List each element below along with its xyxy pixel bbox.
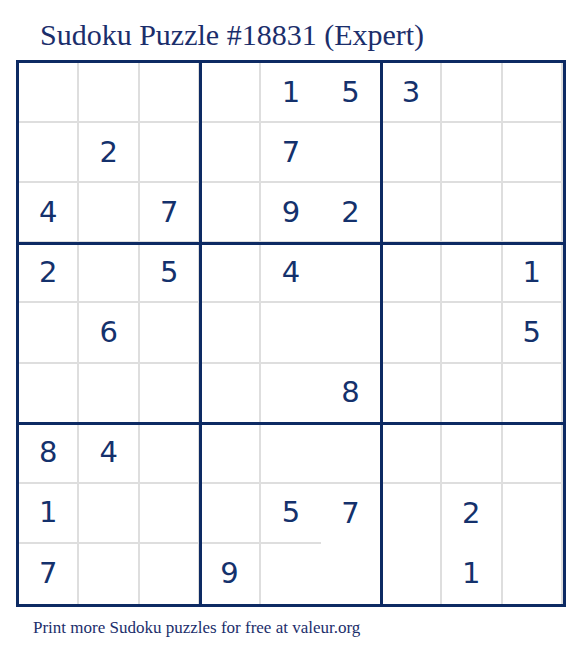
cell-r4c8[interactable] xyxy=(442,243,502,303)
cell-r4c2[interactable] xyxy=(79,243,139,303)
cell-r8c3[interactable] xyxy=(140,484,200,544)
cell-r8c4[interactable] xyxy=(200,484,260,544)
cell-r3c5[interactable]: 9 xyxy=(261,183,321,243)
cell-r2c7[interactable] xyxy=(382,123,442,183)
cell-r6c3[interactable] xyxy=(140,364,200,424)
cell-r6c6[interactable]: 8 xyxy=(321,364,381,424)
cell-r3c9[interactable] xyxy=(503,183,563,243)
cell-r7c9[interactable] xyxy=(503,424,563,484)
cell-r6c1[interactable] xyxy=(19,364,79,424)
cell-r7c3[interactable] xyxy=(140,424,200,484)
cell-r5c2[interactable]: 6 xyxy=(79,303,139,363)
cell-r1c3[interactable] xyxy=(140,63,200,123)
cell-r8c2[interactable] xyxy=(79,484,139,544)
cell-r5c6[interactable] xyxy=(321,303,381,363)
cell-r2c9[interactable] xyxy=(503,123,563,183)
cell-r9c6[interactable] xyxy=(321,544,381,604)
cell-r3c7[interactable] xyxy=(382,183,442,243)
cell-r6c8[interactable] xyxy=(442,364,502,424)
cell-r3c4[interactable] xyxy=(200,183,260,243)
cell-r3c6[interactable]: 2 xyxy=(321,183,381,243)
cell-r8c5[interactable]: 5 xyxy=(261,484,321,544)
cell-r5c5[interactable] xyxy=(261,303,321,363)
cell-r6c9[interactable] xyxy=(503,364,563,424)
cell-r3c2[interactable] xyxy=(79,183,139,243)
cell-r1c7[interactable]: 3 xyxy=(382,63,442,123)
cell-r8c9[interactable] xyxy=(503,484,563,544)
cell-r4c1[interactable]: 2 xyxy=(19,243,79,303)
cell-r3c1[interactable]: 4 xyxy=(19,183,79,243)
cell-r7c7[interactable] xyxy=(382,424,442,484)
cell-r2c3[interactable] xyxy=(140,123,200,183)
cell-r5c4[interactable] xyxy=(200,303,260,363)
cell-r7c6[interactable] xyxy=(321,424,381,484)
cell-r4c3[interactable]: 5 xyxy=(140,243,200,303)
cell-r2c2[interactable]: 2 xyxy=(79,123,139,183)
cell-r9c4[interactable]: 9 xyxy=(200,544,260,604)
cell-r7c5[interactable] xyxy=(261,424,321,484)
cell-r4c5[interactable]: 4 xyxy=(261,243,321,303)
footer-text: Print more Sudoku puzzles for free at va… xyxy=(33,618,360,638)
cell-r3c8[interactable] xyxy=(442,183,502,243)
cell-r1c1[interactable] xyxy=(19,63,79,123)
cell-r9c1[interactable]: 7 xyxy=(19,544,79,604)
cell-r5c7[interactable] xyxy=(382,303,442,363)
cell-r5c8[interactable] xyxy=(442,303,502,363)
cell-r2c6[interactable] xyxy=(321,123,381,183)
cell-r1c6[interactable]: 5 xyxy=(321,63,381,123)
cell-r8c7[interactable] xyxy=(382,484,442,544)
cell-r9c3[interactable] xyxy=(140,544,200,604)
cell-r1c5[interactable]: 1 xyxy=(261,63,321,123)
cell-r7c4[interactable] xyxy=(200,424,260,484)
page-title: Sudoku Puzzle #18831 (Expert) xyxy=(40,18,424,52)
cell-r4c9[interactable]: 1 xyxy=(503,243,563,303)
cell-r9c8[interactable]: 1 xyxy=(442,544,502,604)
cell-r3c3[interactable]: 7 xyxy=(140,183,200,243)
cell-r7c2[interactable]: 4 xyxy=(79,424,139,484)
cell-r2c8[interactable] xyxy=(442,123,502,183)
cell-r1c4[interactable] xyxy=(200,63,260,123)
cell-r1c8[interactable] xyxy=(442,63,502,123)
cell-r8c8[interactable]: 2 xyxy=(442,484,502,544)
cell-r1c9[interactable] xyxy=(503,63,563,123)
cell-r9c9[interactable] xyxy=(503,544,563,604)
cell-r2c4[interactable] xyxy=(200,123,260,183)
cell-r6c5[interactable] xyxy=(261,364,321,424)
cell-r1c2[interactable] xyxy=(79,63,139,123)
cell-r9c5[interactable] xyxy=(261,544,321,604)
cell-r6c2[interactable] xyxy=(79,364,139,424)
cell-r4c4[interactable] xyxy=(200,243,260,303)
cell-r2c5[interactable]: 7 xyxy=(261,123,321,183)
cell-r7c1[interactable]: 8 xyxy=(19,424,79,484)
cell-r6c7[interactable] xyxy=(382,364,442,424)
cell-r9c7[interactable] xyxy=(382,544,442,604)
cell-r5c3[interactable] xyxy=(140,303,200,363)
cell-r2c1[interactable] xyxy=(19,123,79,183)
cell-r8c6[interactable]: 7 xyxy=(321,484,381,544)
cell-r9c2[interactable] xyxy=(79,544,139,604)
cell-r4c7[interactable] xyxy=(382,243,442,303)
cell-r5c9[interactable]: 5 xyxy=(503,303,563,363)
cell-r7c8[interactable] xyxy=(442,424,502,484)
cell-r6c4[interactable] xyxy=(200,364,260,424)
cell-r8c1[interactable]: 1 xyxy=(19,484,79,544)
cell-r4c6[interactable] xyxy=(321,243,381,303)
cell-r5c1[interactable] xyxy=(19,303,79,363)
sudoku-grid: 1532747922541658841572791 xyxy=(16,60,566,607)
